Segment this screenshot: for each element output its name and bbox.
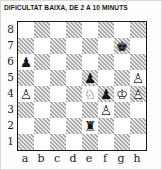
square-e2[interactable]: ♜	[82, 118, 98, 134]
rank-labels: 87654321	[3, 21, 17, 151]
piece-black-pawn-e5: ♟	[82, 70, 98, 86]
file-label-c: c	[49, 152, 65, 167]
square-c6[interactable]	[50, 54, 66, 70]
piece-glyph: ♟	[18, 54, 34, 70]
square-b8[interactable]	[34, 22, 50, 38]
rank-label-3: 3	[3, 101, 17, 117]
square-h1[interactable]	[130, 134, 146, 150]
square-d5[interactable]	[66, 70, 82, 86]
file-labels: abcdefgh	[17, 152, 161, 167]
square-h6[interactable]	[130, 54, 146, 70]
square-g3[interactable]	[114, 102, 130, 118]
piece-white-pawn-f3: ♟♙	[98, 102, 114, 118]
square-d6[interactable]	[66, 54, 82, 70]
square-e4[interactable]: ♞♘	[82, 86, 98, 102]
piece-glyph: ♙	[130, 70, 146, 86]
file-label-f: f	[97, 152, 113, 167]
square-b4[interactable]	[34, 86, 50, 102]
square-c5[interactable]	[50, 70, 66, 86]
rank-label-7: 7	[3, 37, 17, 53]
square-d2[interactable]	[66, 118, 82, 134]
square-b1[interactable]	[34, 134, 50, 150]
file-label-a: a	[17, 152, 33, 167]
piece-glyph: ♘	[82, 86, 98, 102]
piece-white-king-g4: ♚♔	[114, 86, 130, 102]
square-e1[interactable]	[82, 134, 98, 150]
square-g2[interactable]	[114, 118, 130, 134]
square-f3[interactable]: ♟♙	[98, 102, 114, 118]
square-f5[interactable]	[98, 70, 114, 86]
rank-label-1: 1	[3, 133, 17, 149]
piece-glyph: ♙	[130, 86, 146, 102]
puzzle-title: DIFICULTAT BAIXA, DE 2 A 10 MINUTS	[4, 4, 161, 11]
piece-white-pawn-a4: ♟♙	[18, 86, 34, 102]
square-b6[interactable]	[34, 54, 50, 70]
rank-label-6: 6	[3, 53, 17, 69]
square-c8[interactable]	[50, 22, 66, 38]
square-h7[interactable]	[130, 38, 146, 54]
square-f7[interactable]	[98, 38, 114, 54]
piece-white-pawn-h4: ♟♙	[130, 86, 146, 102]
chess-board: ♚♟♟♟♙♟♙♞♘♟♚♔♟♙♟♙♜	[17, 21, 147, 151]
square-f4[interactable]: ♟	[98, 86, 114, 102]
piece-glyph: ♜	[82, 118, 98, 134]
square-c3[interactable]	[50, 102, 66, 118]
square-a5[interactable]	[18, 70, 34, 86]
square-a7[interactable]	[18, 38, 34, 54]
square-g7[interactable]: ♚	[114, 38, 130, 54]
square-a8[interactable]	[18, 22, 34, 38]
piece-black-rook-e2: ♜	[82, 118, 98, 134]
piece-black-pawn-f4: ♟	[98, 86, 114, 102]
square-a1[interactable]	[18, 134, 34, 150]
square-b2[interactable]	[34, 118, 50, 134]
square-h8[interactable]	[130, 22, 146, 38]
square-c7[interactable]	[50, 38, 66, 54]
square-d7[interactable]	[66, 38, 82, 54]
square-b7[interactable]	[34, 38, 50, 54]
board-area: 87654321 ♚♟♟♟♙♟♙♞♘♟♚♔♟♙♟♙♜ abcdefgh	[3, 21, 161, 167]
file-label-g: g	[113, 152, 129, 167]
square-f2[interactable]	[98, 118, 114, 134]
piece-black-pawn-a6: ♟	[18, 54, 34, 70]
square-e6[interactable]	[82, 54, 98, 70]
rank-label-5: 5	[3, 69, 17, 85]
piece-glyph: ♙	[18, 86, 34, 102]
rank-label-2: 2	[3, 117, 17, 133]
file-label-h: h	[129, 152, 145, 167]
square-d4[interactable]	[66, 86, 82, 102]
square-g5[interactable]	[114, 70, 130, 86]
piece-glyph: ♟	[82, 70, 98, 86]
piece-white-knight-e4: ♞♘	[82, 86, 98, 102]
square-g8[interactable]	[114, 22, 130, 38]
piece-glyph: ♙	[98, 102, 114, 118]
square-f1[interactable]	[98, 134, 114, 150]
square-a4[interactable]: ♟♙	[18, 86, 34, 102]
square-f8[interactable]	[98, 22, 114, 38]
square-a2[interactable]	[18, 118, 34, 134]
square-d8[interactable]	[66, 22, 82, 38]
piece-glyph: ♔	[114, 86, 130, 102]
square-c1[interactable]	[50, 134, 66, 150]
square-b3[interactable]	[34, 102, 50, 118]
piece-glyph: ♚	[114, 38, 130, 54]
square-f6[interactable]	[98, 54, 114, 70]
square-e3[interactable]	[82, 102, 98, 118]
square-g6[interactable]	[114, 54, 130, 70]
square-g1[interactable]	[114, 134, 130, 150]
square-e8[interactable]	[82, 22, 98, 38]
square-d3[interactable]	[66, 102, 82, 118]
puzzle-page: DIFICULTAT BAIXA, DE 2 A 10 MINUTS 87654…	[0, 0, 162, 170]
file-label-e: e	[81, 152, 97, 167]
square-e5[interactable]: ♟	[82, 70, 98, 86]
square-c4[interactable]	[50, 86, 66, 102]
square-e7[interactable]	[82, 38, 98, 54]
square-h2[interactable]	[130, 118, 146, 134]
square-g4[interactable]: ♚♔	[114, 86, 130, 102]
square-c2[interactable]	[50, 118, 66, 134]
square-d1[interactable]	[66, 134, 82, 150]
square-h5[interactable]: ♟♙	[130, 70, 146, 86]
square-a3[interactable]	[18, 102, 34, 118]
square-b5[interactable]	[34, 70, 50, 86]
rank-label-8: 8	[3, 21, 17, 37]
rank-label-4: 4	[3, 85, 17, 101]
square-a6[interactable]: ♟	[18, 54, 34, 70]
file-label-b: b	[33, 152, 49, 167]
square-h4[interactable]: ♟♙	[130, 86, 146, 102]
piece-black-king-g7: ♚	[114, 38, 130, 54]
file-label-d: d	[65, 152, 81, 167]
piece-white-pawn-h5: ♟♙	[130, 70, 146, 86]
square-h3[interactable]	[130, 102, 146, 118]
piece-glyph: ♟	[98, 86, 114, 102]
